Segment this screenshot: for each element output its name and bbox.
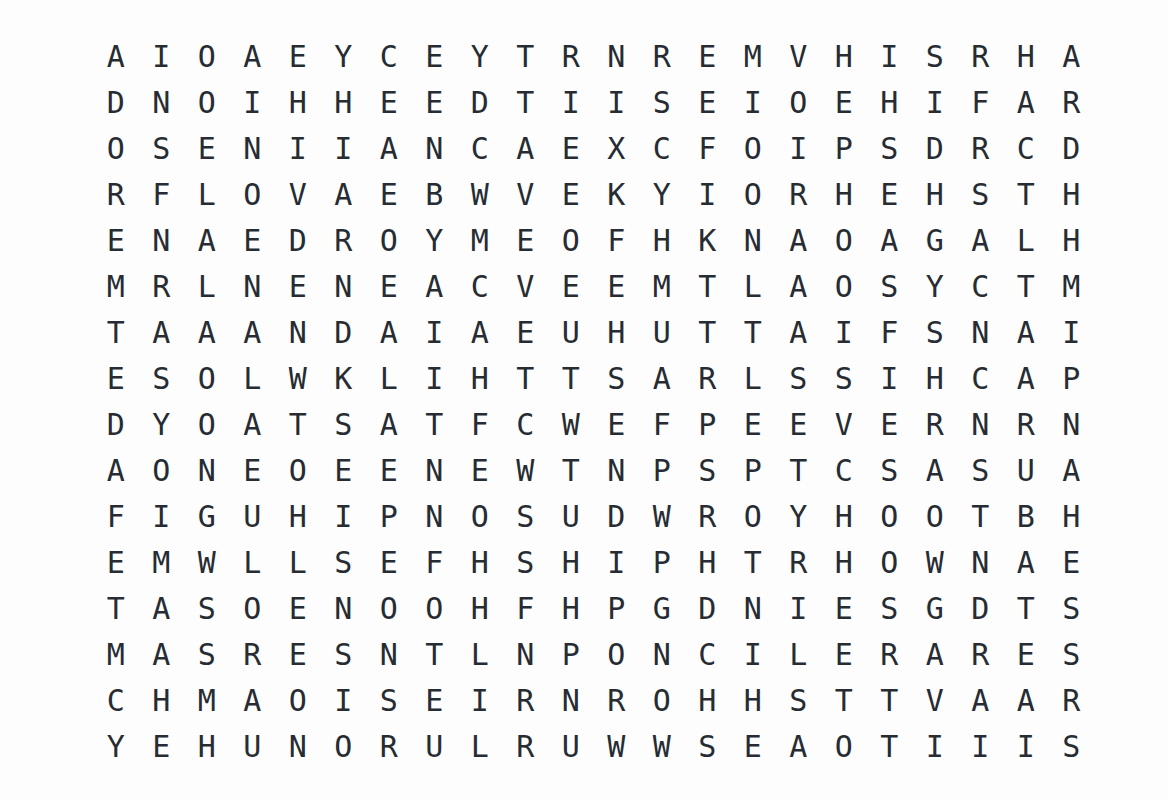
grid-cell[interactable]: E	[821, 586, 867, 632]
grid-cell[interactable]: E	[821, 632, 867, 678]
grid-cell[interactable]: T	[730, 310, 776, 356]
grid-cell[interactable]: S	[1049, 586, 1095, 632]
grid-cell[interactable]: N	[958, 402, 1004, 448]
grid-cell[interactable]: E	[93, 540, 139, 586]
grid-cell[interactable]: A	[1003, 356, 1049, 402]
grid-cell[interactable]: D	[93, 402, 139, 448]
grid-cell[interactable]: U	[548, 310, 594, 356]
grid-cell[interactable]: E	[230, 448, 276, 494]
grid-cell[interactable]: T	[548, 448, 594, 494]
grid-cell[interactable]: O	[730, 494, 776, 540]
grid-cell[interactable]: I	[594, 80, 640, 126]
grid-cell[interactable]: M	[93, 632, 139, 678]
grid-cell[interactable]: E	[1003, 632, 1049, 678]
grid-cell[interactable]: O	[230, 586, 276, 632]
grid-cell[interactable]: R	[685, 494, 731, 540]
grid-cell[interactable]: T	[503, 356, 549, 402]
grid-cell[interactable]: A	[958, 678, 1004, 724]
grid-cell[interactable]: E	[275, 264, 321, 310]
grid-cell[interactable]: O	[821, 724, 867, 770]
grid-cell[interactable]: E	[821, 80, 867, 126]
grid-cell[interactable]: E	[685, 34, 731, 80]
grid-cell[interactable]: U	[548, 724, 594, 770]
grid-cell[interactable]: N	[275, 310, 321, 356]
grid-cell[interactable]: O	[594, 632, 640, 678]
grid-cell[interactable]: E	[1049, 540, 1095, 586]
grid-cell[interactable]: V	[776, 34, 822, 80]
grid-cell[interactable]: S	[821, 356, 867, 402]
grid-cell[interactable]: R	[639, 34, 685, 80]
grid-cell[interactable]: N	[412, 448, 458, 494]
grid-cell[interactable]: L	[730, 356, 776, 402]
grid-cell[interactable]: T	[1003, 172, 1049, 218]
grid-cell[interactable]: P	[594, 586, 640, 632]
grid-cell[interactable]: S	[503, 494, 549, 540]
grid-cell[interactable]: A	[1003, 80, 1049, 126]
grid-cell[interactable]: A	[503, 126, 549, 172]
grid-cell[interactable]: A	[184, 218, 230, 264]
grid-cell[interactable]: I	[1049, 310, 1095, 356]
grid-cell[interactable]: P	[730, 448, 776, 494]
grid-cell[interactable]: H	[1049, 494, 1095, 540]
grid-cell[interactable]: A	[321, 172, 367, 218]
grid-cell[interactable]: I	[912, 80, 958, 126]
grid-cell[interactable]: A	[366, 402, 412, 448]
grid-cell[interactable]: S	[184, 632, 230, 678]
grid-cell[interactable]: I	[730, 80, 776, 126]
grid-cell[interactable]: I	[321, 494, 367, 540]
grid-cell[interactable]: C	[958, 356, 1004, 402]
grid-cell[interactable]: E	[594, 402, 640, 448]
grid-cell[interactable]: O	[867, 540, 913, 586]
grid-cell[interactable]: C	[821, 448, 867, 494]
grid-cell[interactable]: L	[230, 356, 276, 402]
grid-cell[interactable]: H	[821, 172, 867, 218]
grid-cell[interactable]: R	[958, 632, 1004, 678]
grid-cell[interactable]: E	[366, 264, 412, 310]
grid-cell[interactable]: R	[503, 724, 549, 770]
grid-cell[interactable]: K	[685, 218, 731, 264]
grid-cell[interactable]: T	[867, 724, 913, 770]
grid-cell[interactable]: R	[867, 632, 913, 678]
grid-cell[interactable]: O	[93, 126, 139, 172]
grid-cell[interactable]: T	[821, 678, 867, 724]
grid-cell[interactable]: S	[366, 678, 412, 724]
grid-cell[interactable]: C	[1003, 126, 1049, 172]
grid-cell[interactable]: L	[1003, 218, 1049, 264]
grid-cell[interactable]: M	[639, 264, 685, 310]
grid-cell[interactable]: S	[321, 402, 367, 448]
grid-cell[interactable]: H	[548, 540, 594, 586]
grid-cell[interactable]: E	[548, 126, 594, 172]
grid-cell[interactable]: E	[867, 402, 913, 448]
grid-cell[interactable]: L	[184, 172, 230, 218]
grid-cell[interactable]: E	[730, 402, 776, 448]
grid-cell[interactable]: E	[548, 264, 594, 310]
grid-cell[interactable]: E	[366, 448, 412, 494]
grid-cell[interactable]: S	[1049, 632, 1095, 678]
grid-cell[interactable]: R	[912, 402, 958, 448]
grid-cell[interactable]: R	[503, 678, 549, 724]
grid-cell[interactable]: I	[594, 540, 640, 586]
grid-cell[interactable]: O	[412, 586, 458, 632]
grid-cell[interactable]: A	[230, 402, 276, 448]
grid-cell[interactable]: U	[1003, 448, 1049, 494]
grid-cell[interactable]: R	[594, 678, 640, 724]
grid-cell[interactable]: I	[457, 678, 503, 724]
grid-cell[interactable]: Y	[139, 402, 185, 448]
grid-cell[interactable]: Y	[639, 172, 685, 218]
grid-cell[interactable]: E	[93, 356, 139, 402]
grid-cell[interactable]: E	[594, 264, 640, 310]
grid-cell[interactable]: U	[548, 494, 594, 540]
grid-cell[interactable]: Y	[776, 494, 822, 540]
grid-cell[interactable]: S	[912, 34, 958, 80]
grid-cell[interactable]: T	[412, 402, 458, 448]
grid-cell[interactable]: A	[93, 448, 139, 494]
grid-cell[interactable]: S	[912, 310, 958, 356]
grid-cell[interactable]: V	[912, 678, 958, 724]
grid-cell[interactable]: I	[321, 678, 367, 724]
grid-cell[interactable]: E	[776, 402, 822, 448]
grid-cell[interactable]: R	[1049, 678, 1095, 724]
grid-cell[interactable]: B	[412, 172, 458, 218]
grid-cell[interactable]: E	[275, 586, 321, 632]
grid-cell[interactable]: V	[821, 402, 867, 448]
grid-cell[interactable]: S	[867, 448, 913, 494]
grid-cell[interactable]: T	[275, 402, 321, 448]
grid-cell[interactable]: F	[594, 218, 640, 264]
grid-cell[interactable]: N	[503, 632, 549, 678]
grid-cell[interactable]: H	[867, 80, 913, 126]
grid-cell[interactable]: S	[867, 126, 913, 172]
grid-cell[interactable]: A	[1003, 540, 1049, 586]
grid-cell[interactable]: E	[93, 218, 139, 264]
grid-cell[interactable]: O	[457, 494, 503, 540]
grid-cell[interactable]: E	[366, 540, 412, 586]
grid-cell[interactable]: Y	[412, 218, 458, 264]
grid-cell[interactable]: A	[958, 218, 1004, 264]
grid-cell[interactable]: E	[366, 172, 412, 218]
grid-cell[interactable]: A	[1003, 310, 1049, 356]
grid-cell[interactable]: I	[867, 356, 913, 402]
grid-cell[interactable]: U	[639, 310, 685, 356]
grid-cell[interactable]: I	[821, 310, 867, 356]
grid-cell[interactable]: I	[139, 34, 185, 80]
grid-cell[interactable]: A	[184, 310, 230, 356]
grid-cell[interactable]: N	[275, 724, 321, 770]
grid-cell[interactable]: H	[184, 724, 230, 770]
grid-cell[interactable]: E	[503, 218, 549, 264]
grid-cell[interactable]: M	[93, 264, 139, 310]
grid-cell[interactable]: H	[730, 678, 776, 724]
grid-cell[interactable]: O	[366, 218, 412, 264]
grid-cell[interactable]: R	[776, 172, 822, 218]
grid-cell[interactable]: H	[821, 34, 867, 80]
grid-cell[interactable]: L	[730, 264, 776, 310]
grid-cell[interactable]: N	[412, 494, 458, 540]
grid-cell[interactable]: A	[230, 678, 276, 724]
grid-cell[interactable]: O	[639, 678, 685, 724]
grid-cell[interactable]: G	[184, 494, 230, 540]
grid-cell[interactable]: F	[457, 402, 503, 448]
grid-cell[interactable]: Y	[912, 264, 958, 310]
grid-cell[interactable]: S	[685, 724, 731, 770]
grid-cell[interactable]: T	[548, 356, 594, 402]
grid-cell[interactable]: H	[1049, 172, 1095, 218]
grid-cell[interactable]: E	[321, 448, 367, 494]
grid-cell[interactable]: C	[685, 632, 731, 678]
grid-cell[interactable]: O	[366, 586, 412, 632]
grid-cell[interactable]: H	[1049, 218, 1095, 264]
grid-cell[interactable]: N	[139, 218, 185, 264]
grid-cell[interactable]: W	[548, 402, 594, 448]
grid-cell[interactable]: I	[776, 126, 822, 172]
grid-cell[interactable]: O	[912, 494, 958, 540]
grid-cell[interactable]: H	[457, 586, 503, 632]
grid-cell[interactable]: W	[639, 724, 685, 770]
grid-cell[interactable]: A	[912, 632, 958, 678]
grid-cell[interactable]: S	[958, 172, 1004, 218]
grid-cell[interactable]: S	[503, 540, 549, 586]
grid-cell[interactable]: O	[821, 264, 867, 310]
grid-cell[interactable]: E	[730, 724, 776, 770]
grid-cell[interactable]: A	[776, 218, 822, 264]
grid-cell[interactable]: A	[639, 356, 685, 402]
grid-cell[interactable]: A	[93, 34, 139, 80]
grid-cell[interactable]: A	[230, 310, 276, 356]
grid-cell[interactable]: H	[821, 494, 867, 540]
grid-cell[interactable]: N	[1049, 402, 1095, 448]
grid-cell[interactable]: W	[639, 494, 685, 540]
grid-cell[interactable]: G	[912, 218, 958, 264]
grid-cell[interactable]: D	[275, 218, 321, 264]
grid-cell[interactable]: Y	[321, 34, 367, 80]
grid-cell[interactable]: S	[184, 586, 230, 632]
grid-cell[interactable]: V	[503, 172, 549, 218]
grid-cell[interactable]: D	[457, 80, 503, 126]
grid-cell[interactable]: H	[685, 540, 731, 586]
grid-cell[interactable]: D	[912, 126, 958, 172]
grid-cell[interactable]: I	[1003, 724, 1049, 770]
grid-cell[interactable]: R	[230, 632, 276, 678]
grid-cell[interactable]: R	[958, 34, 1004, 80]
grid-cell[interactable]: H	[685, 678, 731, 724]
grid-cell[interactable]: A	[912, 448, 958, 494]
grid-cell[interactable]: E	[867, 172, 913, 218]
grid-cell[interactable]: O	[776, 80, 822, 126]
grid-cell[interactable]: A	[139, 632, 185, 678]
grid-cell[interactable]: M	[184, 678, 230, 724]
grid-cell[interactable]: L	[275, 540, 321, 586]
grid-cell[interactable]: W	[457, 172, 503, 218]
grid-cell[interactable]: I	[230, 80, 276, 126]
grid-cell[interactable]: T	[685, 264, 731, 310]
grid-cell[interactable]: H	[912, 356, 958, 402]
grid-cell[interactable]: A	[139, 586, 185, 632]
grid-cell[interactable]: E	[366, 80, 412, 126]
grid-cell[interactable]: H	[275, 494, 321, 540]
grid-cell[interactable]: R	[321, 218, 367, 264]
grid-cell[interactable]: W	[594, 724, 640, 770]
grid-cell[interactable]: T	[1003, 264, 1049, 310]
grid-cell[interactable]: E	[275, 632, 321, 678]
grid-cell[interactable]: P	[639, 448, 685, 494]
grid-cell[interactable]: U	[230, 494, 276, 540]
grid-cell[interactable]: N	[594, 448, 640, 494]
grid-cell[interactable]: S	[685, 448, 731, 494]
grid-cell[interactable]: T	[776, 448, 822, 494]
grid-cell[interactable]: N	[548, 678, 594, 724]
grid-cell[interactable]: W	[184, 540, 230, 586]
grid-cell[interactable]: A	[867, 218, 913, 264]
grid-cell[interactable]: P	[821, 126, 867, 172]
grid-cell[interactable]: N	[958, 310, 1004, 356]
grid-cell[interactable]: A	[412, 264, 458, 310]
grid-cell[interactable]: H	[912, 172, 958, 218]
grid-cell[interactable]: E	[503, 310, 549, 356]
grid-cell[interactable]: T	[93, 586, 139, 632]
grid-cell[interactable]: F	[639, 402, 685, 448]
grid-cell[interactable]: M	[139, 540, 185, 586]
grid-cell[interactable]: M	[1049, 264, 1095, 310]
grid-cell[interactable]: P	[548, 632, 594, 678]
grid-cell[interactable]: O	[867, 494, 913, 540]
grid-cell[interactable]: A	[366, 310, 412, 356]
grid-cell[interactable]: T	[412, 632, 458, 678]
grid-cell[interactable]: H	[594, 310, 640, 356]
grid-cell[interactable]: C	[639, 126, 685, 172]
grid-cell[interactable]: A	[776, 264, 822, 310]
grid-cell[interactable]: T	[503, 80, 549, 126]
grid-cell[interactable]: I	[412, 356, 458, 402]
grid-cell[interactable]: A	[139, 310, 185, 356]
grid-cell[interactable]: T	[1003, 586, 1049, 632]
grid-cell[interactable]: N	[139, 80, 185, 126]
grid-cell[interactable]: S	[776, 678, 822, 724]
grid-cell[interactable]: E	[230, 218, 276, 264]
grid-cell[interactable]: S	[1049, 724, 1095, 770]
grid-cell[interactable]: F	[867, 310, 913, 356]
grid-cell[interactable]: S	[139, 126, 185, 172]
grid-cell[interactable]: H	[275, 80, 321, 126]
grid-cell[interactable]: N	[730, 586, 776, 632]
grid-cell[interactable]: F	[93, 494, 139, 540]
grid-cell[interactable]: U	[230, 724, 276, 770]
grid-cell[interactable]: R	[366, 724, 412, 770]
grid-cell[interactable]: T	[685, 310, 731, 356]
grid-cell[interactable]: S	[321, 632, 367, 678]
grid-cell[interactable]: L	[776, 632, 822, 678]
grid-cell[interactable]: N	[412, 126, 458, 172]
grid-cell[interactable]: D	[321, 310, 367, 356]
grid-cell[interactable]: G	[639, 586, 685, 632]
grid-cell[interactable]: N	[594, 34, 640, 80]
grid-cell[interactable]: S	[867, 264, 913, 310]
grid-cell[interactable]: V	[503, 264, 549, 310]
grid-cell[interactable]: N	[366, 632, 412, 678]
grid-cell[interactable]: E	[685, 80, 731, 126]
grid-cell[interactable]: E	[139, 724, 185, 770]
grid-cell[interactable]: U	[412, 724, 458, 770]
grid-cell[interactable]: S	[958, 448, 1004, 494]
grid-cell[interactable]: R	[776, 540, 822, 586]
grid-cell[interactable]: R	[1049, 80, 1095, 126]
grid-cell[interactable]: S	[639, 80, 685, 126]
grid-cell[interactable]: O	[184, 80, 230, 126]
grid-cell[interactable]: C	[457, 264, 503, 310]
grid-cell[interactable]: O	[730, 172, 776, 218]
grid-cell[interactable]: O	[184, 402, 230, 448]
grid-cell[interactable]: V	[275, 172, 321, 218]
grid-cell[interactable]: R	[685, 356, 731, 402]
grid-cell[interactable]: P	[685, 402, 731, 448]
grid-cell[interactable]: D	[958, 586, 1004, 632]
grid-cell[interactable]: T	[867, 678, 913, 724]
grid-cell[interactable]: M	[730, 34, 776, 80]
grid-cell[interactable]: I	[548, 80, 594, 126]
grid-cell[interactable]: O	[821, 218, 867, 264]
grid-cell[interactable]: E	[548, 172, 594, 218]
grid-cell[interactable]: N	[958, 540, 1004, 586]
grid-cell[interactable]: A	[1003, 678, 1049, 724]
grid-cell[interactable]: I	[685, 172, 731, 218]
grid-cell[interactable]: R	[548, 34, 594, 80]
grid-cell[interactable]: N	[230, 264, 276, 310]
grid-cell[interactable]: O	[230, 172, 276, 218]
grid-cell[interactable]: H	[548, 586, 594, 632]
grid-cell[interactable]: D	[685, 586, 731, 632]
grid-cell[interactable]: A	[230, 34, 276, 80]
grid-cell[interactable]: N	[730, 218, 776, 264]
grid-cell[interactable]: F	[958, 80, 1004, 126]
grid-cell[interactable]: Y	[93, 724, 139, 770]
grid-cell[interactable]: O	[139, 448, 185, 494]
grid-cell[interactable]: Y	[457, 34, 503, 80]
grid-cell[interactable]: D	[594, 494, 640, 540]
grid-cell[interactable]: R	[93, 172, 139, 218]
grid-cell[interactable]: P	[366, 494, 412, 540]
grid-cell[interactable]: W	[503, 448, 549, 494]
grid-cell[interactable]: E	[412, 80, 458, 126]
grid-cell[interactable]: F	[503, 586, 549, 632]
grid-cell[interactable]: A	[776, 724, 822, 770]
grid-cell[interactable]: H	[139, 678, 185, 724]
grid-cell[interactable]: E	[412, 678, 458, 724]
grid-cell[interactable]: B	[1003, 494, 1049, 540]
grid-cell[interactable]: F	[412, 540, 458, 586]
grid-cell[interactable]: T	[93, 310, 139, 356]
grid-cell[interactable]: I	[867, 34, 913, 80]
grid-cell[interactable]: C	[503, 402, 549, 448]
grid-cell[interactable]: N	[639, 632, 685, 678]
grid-cell[interactable]: C	[93, 678, 139, 724]
grid-cell[interactable]: M	[457, 218, 503, 264]
grid-cell[interactable]: E	[412, 34, 458, 80]
grid-cell[interactable]: D	[93, 80, 139, 126]
grid-cell[interactable]: D	[1049, 126, 1095, 172]
grid-cell[interactable]: I	[730, 632, 776, 678]
grid-cell[interactable]: T	[503, 34, 549, 80]
grid-cell[interactable]: L	[230, 540, 276, 586]
grid-cell[interactable]: O	[321, 724, 367, 770]
grid-cell[interactable]: T	[730, 540, 776, 586]
grid-cell[interactable]: H	[821, 540, 867, 586]
grid-cell[interactable]: I	[412, 310, 458, 356]
grid-cell[interactable]: A	[1049, 448, 1095, 494]
grid-cell[interactable]: L	[184, 264, 230, 310]
grid-cell[interactable]: O	[730, 126, 776, 172]
